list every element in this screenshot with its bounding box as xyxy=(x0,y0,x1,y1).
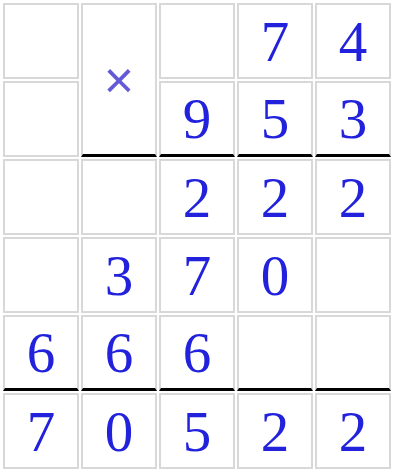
cell-r6c1-product: 7 xyxy=(3,393,79,469)
cell-r4c1 xyxy=(3,237,79,313)
cell-r4c4-partial2: 0 xyxy=(237,237,313,313)
long-multiplication-grid: × 7 4 9 5 3 2 2 2 3 7 0 6 6 6 7 0 5 2 2 xyxy=(0,0,394,472)
cell-r2c4-multiplier-tens: 5 xyxy=(237,81,313,157)
cell-r6c3-product: 5 xyxy=(159,393,235,469)
cell-r3c5-partial1: 2 xyxy=(315,159,391,235)
cell-r4c3-partial2: 7 xyxy=(159,237,235,313)
cell-r3c1 xyxy=(3,159,79,235)
cell-r5c2-partial3: 6 xyxy=(81,315,157,391)
multiply-operator-cell: × xyxy=(81,3,157,157)
cell-r5c3-partial3: 6 xyxy=(159,315,235,391)
cell-r4c2-partial2: 3 xyxy=(81,237,157,313)
cell-r1c3 xyxy=(159,3,235,79)
cell-r1c5-multiplicand-ones: 4 xyxy=(315,3,391,79)
cell-r6c4-product: 2 xyxy=(237,393,313,469)
cell-r1c4-multiplicand-tens: 7 xyxy=(237,3,313,79)
cell-r4c5 xyxy=(315,237,391,313)
cell-r3c3-partial1: 2 xyxy=(159,159,235,235)
cell-r5c1-partial3: 6 xyxy=(3,315,79,391)
cell-r2c1 xyxy=(3,81,79,157)
cell-r1c1 xyxy=(3,3,79,79)
cell-r6c2-product: 0 xyxy=(81,393,157,469)
cell-r5c5 xyxy=(315,315,391,391)
cell-r3c2 xyxy=(81,159,157,235)
cell-r2c3-multiplier-hundreds: 9 xyxy=(159,81,235,157)
cell-r3c4-partial1: 2 xyxy=(237,159,313,235)
cell-r6c5-product: 2 xyxy=(315,393,391,469)
cell-r5c4 xyxy=(237,315,313,391)
cell-r2c5-multiplier-ones: 3 xyxy=(315,81,391,157)
